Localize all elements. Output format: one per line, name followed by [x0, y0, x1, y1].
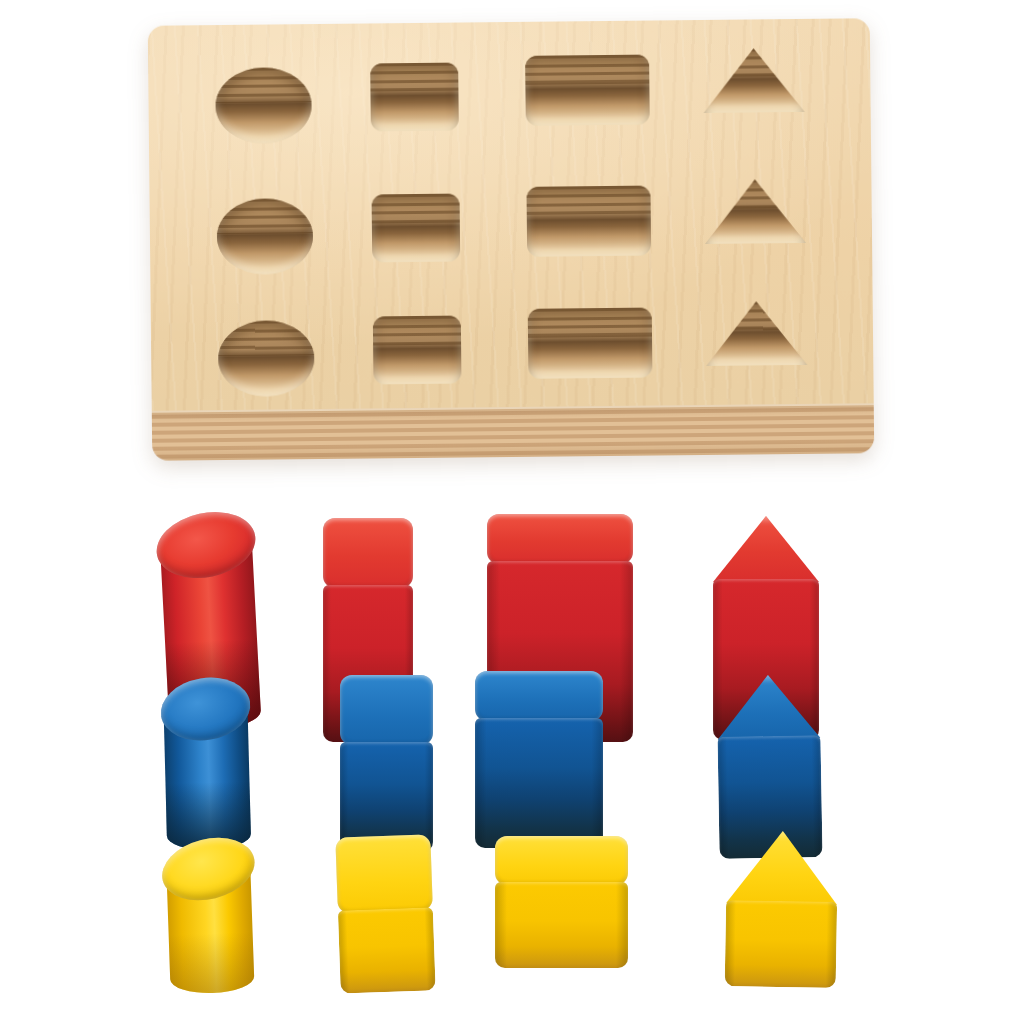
hole-triangle-row3[interactable] [706, 301, 808, 366]
hole-rectangle-row1[interactable] [525, 55, 650, 126]
block-yellow-rectangular-prism[interactable] [495, 836, 628, 968]
hole-square-row1[interactable] [370, 63, 459, 132]
rectangular-prism-top-face [495, 836, 628, 885]
rectangular-prism-front-face [495, 882, 628, 968]
holes-grid [148, 18, 874, 411]
block-yellow-triangular-prism[interactable] [725, 830, 839, 988]
triangular-prism-top-face [716, 674, 820, 740]
triangular-prism-top-face [713, 516, 819, 582]
block-blue-square-prism[interactable] [340, 675, 433, 852]
hole-triangle-row1[interactable] [703, 48, 805, 113]
square-prism-top-face [323, 518, 413, 588]
block-blue-cylinder[interactable] [160, 677, 254, 851]
board-front-edge [152, 403, 874, 461]
board-top-face [148, 18, 874, 411]
hole-square-row2[interactable] [372, 194, 461, 263]
triangular-prism-top-face [726, 830, 838, 905]
scene [0, 0, 1024, 1024]
square-prism-front-face [338, 907, 436, 993]
triangular-prism-front-face [725, 900, 837, 988]
square-prism-top-face [335, 834, 433, 913]
hole-triangle-row2[interactable] [704, 179, 806, 244]
hole-rectangle-row2[interactable] [526, 186, 651, 257]
rectangular-prism-top-face [487, 514, 633, 564]
block-yellow-square-prism[interactable] [335, 834, 435, 993]
hole-circle-row2[interactable] [217, 198, 314, 275]
rectangular-prism-top-face [475, 671, 603, 721]
hole-rectangle-row3[interactable] [528, 308, 653, 379]
hole-circle-row1[interactable] [215, 67, 312, 144]
square-prism-top-face [340, 675, 433, 745]
block-blue-rectangular-prism[interactable] [475, 671, 603, 848]
hole-square-row3[interactable] [373, 316, 462, 385]
shape-sorter-board [148, 18, 875, 461]
hole-circle-row3[interactable] [218, 320, 315, 397]
block-yellow-cylinder[interactable] [160, 837, 259, 994]
rectangular-prism-front-face [475, 718, 603, 848]
